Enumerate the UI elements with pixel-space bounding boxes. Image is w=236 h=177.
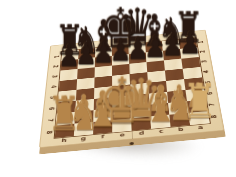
hinge-clasp-icon: [130, 142, 134, 145]
light-rook-piece: ♜: [183, 77, 217, 125]
square-a8: ♜: [189, 111, 210, 125]
rank-label-1: 1: [192, 38, 210, 45]
chess-set-photo: abcdefgh hgfedcba 12345678 12345678 ♜♞♝♚…: [0, 0, 236, 177]
rank-label-2: 2: [193, 48, 211, 56]
scene: abcdefgh hgfedcba 12345678 12345678 ♜♞♝♚…: [24, 0, 236, 177]
chess-board: abcdefgh hgfedcba 12345678 12345678 ♜♞♝♚…: [39, 30, 224, 148]
playing-field: ♜♞♝♚♛♝♞♜♟♟♟♟♟♟♟♟♟♟♟♟♟♟♟♟♜♞♝♚♛♝♞♜: [54, 37, 211, 138]
rank-label-3: 3: [195, 58, 214, 66]
board-frame: abcdefgh hgfedcba 12345678 12345678 ♜♞♝♚…: [39, 30, 224, 148]
